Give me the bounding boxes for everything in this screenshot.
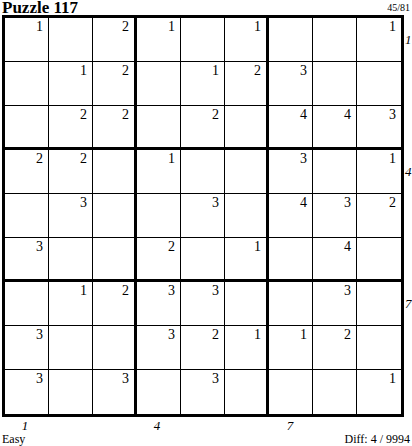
cell-r9c4[interactable] [137, 370, 181, 414]
cell-r7c8[interactable]: 3 [313, 282, 357, 326]
cell-r3c9[interactable]: 3 [357, 106, 401, 150]
puzzle-board: 1211112123222443221313343232141233333211… [2, 15, 404, 417]
cell-r2c4[interactable] [137, 62, 181, 106]
row-axis-label-7: 7 [405, 297, 412, 310]
cell-clue: 1 [254, 240, 261, 254]
cell-clue: 1 [168, 152, 175, 166]
cell-clue: 2 [344, 328, 351, 342]
cell-r8c7[interactable]: 1 [269, 326, 313, 370]
cell-r9c2[interactable] [49, 370, 93, 414]
cell-r1c6[interactable]: 1 [225, 18, 269, 62]
cell-r3c5[interactable]: 2 [181, 106, 225, 150]
cell-clue: 3 [300, 64, 307, 78]
cell-r2c7[interactable]: 3 [269, 62, 313, 106]
cell-clue: 2 [122, 284, 129, 298]
cell-clue: 1 [254, 328, 261, 342]
cell-r2c1[interactable] [5, 62, 49, 106]
cell-r9c8[interactable] [313, 370, 357, 414]
cell-r4c6[interactable] [225, 150, 269, 194]
cell-r8c6[interactable]: 1 [225, 326, 269, 370]
cell-clue: 1 [80, 284, 87, 298]
cell-r3c2[interactable]: 2 [49, 106, 93, 150]
cell-r1c3[interactable]: 2 [93, 18, 137, 62]
cell-clue: 3 [80, 196, 87, 210]
cell-r7c4[interactable]: 3 [137, 282, 181, 326]
cell-r1c2[interactable] [49, 18, 93, 62]
cell-clue: 3 [122, 372, 129, 386]
cell-r8c5[interactable]: 2 [181, 326, 225, 370]
cell-clue: 4 [344, 240, 351, 254]
cell-clue: 3 [212, 284, 219, 298]
cell-r5c8[interactable]: 3 [313, 194, 357, 238]
cell-r3c8[interactable]: 4 [313, 106, 357, 150]
cell-clue: 1 [212, 64, 219, 78]
cell-r1c4[interactable]: 1 [137, 18, 181, 62]
cell-r4c8[interactable] [313, 150, 357, 194]
cell-clue: 3 [36, 372, 43, 386]
cell-r3c1[interactable] [5, 106, 49, 150]
cell-r2c2[interactable]: 1 [49, 62, 93, 106]
cell-r7c6[interactable] [225, 282, 269, 326]
cell-r2c5[interactable]: 1 [181, 62, 225, 106]
row-axis-label-1: 1 [405, 33, 412, 46]
cell-r7c7[interactable] [269, 282, 313, 326]
cell-r7c5[interactable]: 3 [181, 282, 225, 326]
cell-r1c9[interactable]: 1 [357, 18, 401, 62]
cell-r6c9[interactable] [357, 238, 401, 282]
cell-r5c4[interactable] [137, 194, 181, 238]
difficulty-label: Easy [2, 433, 25, 445]
cell-clue: 2 [36, 152, 43, 166]
cell-r9c3[interactable]: 3 [93, 370, 137, 414]
cell-r8c8[interactable]: 2 [313, 326, 357, 370]
cell-r5c5[interactable]: 3 [181, 194, 225, 238]
cell-r6c7[interactable] [269, 238, 313, 282]
cell-clue: 2 [122, 108, 129, 122]
cell-r5c2[interactable]: 3 [49, 194, 93, 238]
cell-r6c5[interactable] [181, 238, 225, 282]
cell-r4c7[interactable]: 3 [269, 150, 313, 194]
cell-r4c2[interactable]: 2 [49, 150, 93, 194]
cell-clue: 1 [254, 20, 261, 34]
cell-r2c9[interactable] [357, 62, 401, 106]
col-axis-label-4: 4 [154, 419, 161, 432]
cell-clue: 1 [300, 328, 307, 342]
cell-r6c3[interactable] [93, 238, 137, 282]
clue-counter: 45/81 [387, 2, 410, 13]
cell-clue: 2 [122, 64, 129, 78]
cell-clue: 3 [344, 196, 351, 210]
cell-clue: 3 [212, 372, 219, 386]
cell-r3c6[interactable] [225, 106, 269, 150]
difficulty-stat: Diff: 4 / 9994 [345, 433, 410, 445]
cell-r2c8[interactable] [313, 62, 357, 106]
row-axis-label-4: 4 [405, 165, 412, 178]
cell-clue: 2 [122, 20, 129, 34]
cell-r1c1[interactable]: 1 [5, 18, 49, 62]
cell-clue: 3 [300, 152, 307, 166]
cell-clue: 1 [36, 20, 43, 34]
cell-clue: 2 [212, 328, 219, 342]
cell-r2c3[interactable]: 2 [93, 62, 137, 106]
cell-r5c6[interactable] [225, 194, 269, 238]
cell-r7c2[interactable]: 1 [49, 282, 93, 326]
cell-r9c1[interactable]: 3 [5, 370, 49, 414]
cell-clue: 2 [80, 152, 87, 166]
cell-r5c1[interactable] [5, 194, 49, 238]
cell-r6c4[interactable]: 2 [137, 238, 181, 282]
cell-r8c1[interactable]: 3 [5, 326, 49, 370]
cell-clue: 2 [80, 108, 87, 122]
cell-clue: 2 [168, 240, 175, 254]
cell-clue: 3 [168, 328, 175, 342]
cell-r3c3[interactable]: 2 [93, 106, 137, 150]
col-axis-label-1: 1 [22, 419, 29, 432]
cell-r6c8[interactable]: 4 [313, 238, 357, 282]
cell-clue: 1 [168, 20, 175, 34]
cell-r7c9[interactable] [357, 282, 401, 326]
cell-clue: 2 [389, 196, 396, 210]
cell-clue: 2 [212, 108, 219, 122]
cell-clue: 2 [254, 64, 261, 78]
cell-clue: 1 [389, 372, 396, 386]
cell-r4c4[interactable]: 1 [137, 150, 181, 194]
cell-r3c7[interactable]: 4 [269, 106, 313, 150]
cell-r6c2[interactable] [49, 238, 93, 282]
cell-r4c1[interactable]: 2 [5, 150, 49, 194]
cell-clue: 4 [300, 108, 307, 122]
cell-r8c2[interactable] [49, 326, 93, 370]
cell-r9c6[interactable] [225, 370, 269, 414]
cell-clue: 1 [389, 152, 396, 166]
cell-r7c1[interactable] [5, 282, 49, 326]
cell-clue: 4 [300, 196, 307, 210]
cell-r5c9[interactable]: 2 [357, 194, 401, 238]
puzzle-page: Puzzle 117 45/81 12111121232224432213133… [0, 0, 412, 446]
cell-r6c6[interactable]: 1 [225, 238, 269, 282]
cell-r2c6[interactable]: 2 [225, 62, 269, 106]
cell-r5c7[interactable]: 4 [269, 194, 313, 238]
cell-clue: 3 [344, 284, 351, 298]
cell-clue: 3 [36, 328, 43, 342]
cell-r4c9[interactable]: 1 [357, 150, 401, 194]
cell-r8c3[interactable] [93, 326, 137, 370]
cell-r1c7[interactable] [269, 18, 313, 62]
cell-clue: 3 [389, 108, 396, 122]
cell-r4c5[interactable] [181, 150, 225, 194]
cell-r4c3[interactable] [93, 150, 137, 194]
cell-clue: 3 [212, 196, 219, 210]
cell-r3c4[interactable] [137, 106, 181, 150]
cell-clue: 3 [168, 284, 175, 298]
cell-r9c7[interactable] [269, 370, 313, 414]
cell-clue: 3 [36, 240, 43, 254]
col-axis-label-7: 7 [287, 419, 294, 432]
cell-r8c4[interactable]: 3 [137, 326, 181, 370]
cell-r5c3[interactable] [93, 194, 137, 238]
cell-clue: 1 [80, 64, 87, 78]
cell-r1c8[interactable] [313, 18, 357, 62]
cell-r8c9[interactable] [357, 326, 401, 370]
cell-clue: 1 [389, 20, 396, 34]
cell-clue: 4 [344, 108, 351, 122]
cell-r1c5[interactable] [181, 18, 225, 62]
cell-r9c9[interactable]: 1 [357, 370, 401, 414]
cell-r7c3[interactable]: 2 [93, 282, 137, 326]
cell-r6c1[interactable]: 3 [5, 238, 49, 282]
cell-r9c5[interactable]: 3 [181, 370, 225, 414]
